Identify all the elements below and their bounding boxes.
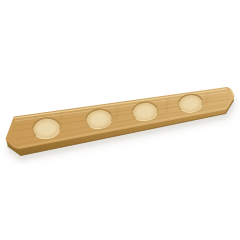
bamboo-tray-photo (0, 0, 240, 240)
product-photo (0, 0, 240, 240)
